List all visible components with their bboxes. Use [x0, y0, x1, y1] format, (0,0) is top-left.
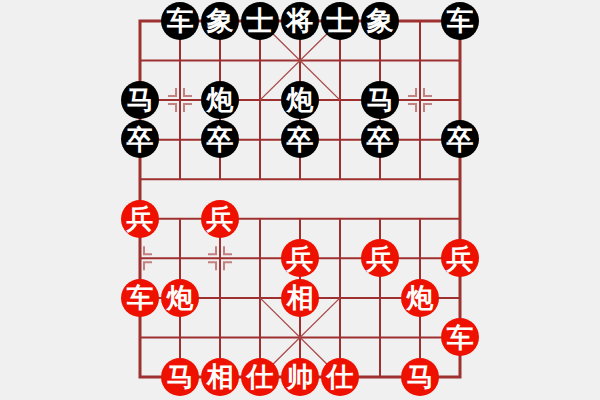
point-0-2: 马 — [120, 80, 160, 120]
piece-red-horse[interactable]: 马 — [161, 358, 199, 396]
piece-black-elephant[interactable]: 象 — [361, 2, 399, 40]
piece-black-elephant[interactable]: 象 — [201, 2, 239, 40]
piece-red-cannon[interactable]: 炮 — [401, 279, 439, 317]
piece-red-soldier[interactable]: 兵 — [441, 239, 479, 277]
piece-black-horse[interactable]: 马 — [361, 81, 399, 119]
piece-black-general[interactable]: 将 — [281, 2, 319, 40]
piece-red-chariot[interactable]: 车 — [441, 318, 479, 356]
point-7-9: 马 — [400, 357, 440, 397]
piece-red-soldier[interactable]: 兵 — [361, 239, 399, 277]
point-4-7: 相 — [280, 278, 320, 318]
piece-red-cannon[interactable]: 炮 — [161, 279, 199, 317]
piece-red-elephant[interactable]: 相 — [281, 279, 319, 317]
point-3-9: 仕 — [240, 357, 280, 397]
piece-red-soldier[interactable]: 兵 — [201, 200, 239, 238]
point-6-6: 兵 — [360, 238, 400, 278]
piece-red-soldier[interactable]: 兵 — [281, 239, 319, 277]
piece-black-advisor[interactable]: 士 — [241, 2, 279, 40]
point-0-3: 卒 — [120, 120, 160, 160]
point-6-0: 象 — [360, 1, 400, 41]
point-6-2: 马 — [360, 80, 400, 120]
point-4-9: 帅 — [280, 357, 320, 397]
piece-black-advisor[interactable]: 士 — [321, 2, 359, 40]
point-2-3: 卒 — [200, 120, 240, 160]
piece-black-cannon[interactable]: 炮 — [281, 81, 319, 119]
piece-black-soldier[interactable]: 卒 — [361, 120, 399, 158]
piece-red-soldier[interactable]: 兵 — [121, 200, 159, 238]
piece-black-soldier[interactable]: 卒 — [201, 120, 239, 158]
point-8-3: 卒 — [440, 120, 480, 160]
piece-black-chariot[interactable]: 车 — [161, 2, 199, 40]
point-1-9: 马 — [160, 357, 200, 397]
point-8-0: 车 — [440, 1, 480, 41]
point-6-3: 卒 — [360, 120, 400, 160]
point-4-6: 兵 — [280, 238, 320, 278]
xiangqi-board: 车象士将士象车马炮炮马卒卒卒卒卒兵兵兵兵兵车炮相炮车马相仕帅仕马 — [120, 1, 480, 396]
point-5-9: 仕 — [320, 357, 360, 397]
point-0-7: 车 — [120, 278, 160, 318]
piece-black-soldier[interactable]: 卒 — [121, 120, 159, 158]
point-7-7: 炮 — [400, 278, 440, 318]
point-1-0: 车 — [160, 1, 200, 41]
piece-red-advisor[interactable]: 仕 — [321, 358, 359, 396]
point-8-8: 车 — [440, 317, 480, 357]
point-4-2: 炮 — [280, 80, 320, 120]
point-8-6: 兵 — [440, 238, 480, 278]
piece-red-general[interactable]: 帅 — [281, 358, 319, 396]
point-3-0: 士 — [240, 1, 280, 41]
point-0-5: 兵 — [120, 199, 160, 239]
piece-black-chariot[interactable]: 车 — [441, 2, 479, 40]
point-4-0: 将 — [280, 1, 320, 41]
piece-red-advisor[interactable]: 仕 — [241, 358, 279, 396]
piece-black-soldier[interactable]: 卒 — [281, 120, 319, 158]
point-2-5: 兵 — [200, 199, 240, 239]
piece-black-horse[interactable]: 马 — [121, 81, 159, 119]
piece-red-horse[interactable]: 马 — [401, 358, 439, 396]
point-5-0: 士 — [320, 1, 360, 41]
piece-red-chariot[interactable]: 车 — [121, 279, 159, 317]
piece-black-cannon[interactable]: 炮 — [201, 81, 239, 119]
piece-black-soldier[interactable]: 卒 — [441, 120, 479, 158]
point-4-3: 卒 — [280, 120, 320, 160]
point-2-0: 象 — [200, 1, 240, 41]
xiangqi-screenshot: 车象士将士象车马炮炮马卒卒卒卒卒兵兵兵兵兵车炮相炮车马相仕帅仕马 — [0, 0, 600, 400]
piece-red-elephant[interactable]: 相 — [201, 358, 239, 396]
point-2-2: 炮 — [200, 80, 240, 120]
point-1-7: 炮 — [160, 278, 200, 318]
point-2-9: 相 — [200, 357, 240, 397]
